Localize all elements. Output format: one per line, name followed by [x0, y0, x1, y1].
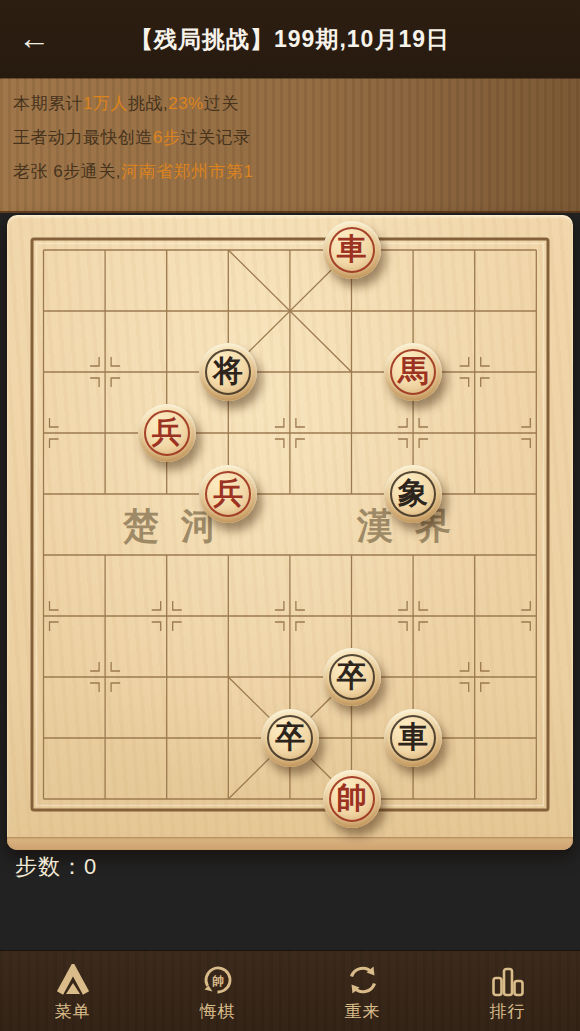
toolbar-label-restart: 重来 [345, 1000, 381, 1023]
back-arrow-icon[interactable]: ← [18, 20, 50, 56]
piece-black-soldier-1[interactable]: 卒 [323, 648, 381, 706]
stats-text-segment: 6步 [153, 128, 180, 147]
stats-text-segment: 老张 6步通关, [13, 162, 121, 181]
undo-icon: 帥 [200, 964, 236, 998]
piece-black-elephant[interactable]: 象 [384, 465, 442, 523]
piece-black-chariot[interactable]: 車 [384, 709, 442, 767]
stats-text-segment: 过关记录 [180, 128, 250, 147]
pieces-layer: 車将馬兵兵象卒卒車帥 [7, 215, 573, 850]
piece-character: 車 [384, 709, 442, 767]
piece-red-soldier-2[interactable]: 兵 [199, 465, 257, 523]
stats-text-segment: 王者动力最快创造 [13, 128, 153, 147]
piece-character: 将 [199, 343, 257, 401]
svg-text:帥: 帥 [212, 973, 224, 987]
stats-text-segment: 23% [168, 94, 204, 113]
piece-character: 象 [384, 465, 442, 523]
toolbar-item-undo[interactable]: 帥 悔棋 [145, 951, 290, 1031]
piece-character: 卒 [261, 709, 319, 767]
piece-character: 兵 [199, 465, 257, 523]
ranking-icon [490, 964, 526, 998]
piece-red-horse[interactable]: 馬 [384, 343, 442, 401]
menu-icon [55, 964, 91, 998]
piece-black-soldier-2[interactable]: 卒 [261, 709, 319, 767]
move-counter-value: 0 [84, 854, 97, 879]
toolbar-item-ranking[interactable]: 排行 [435, 951, 580, 1031]
toolbar-item-menu[interactable]: 菜单 [0, 951, 145, 1031]
move-counter-label: 步数： [15, 854, 84, 879]
piece-character: 兵 [138, 404, 196, 462]
stats-line-participants: 本期累计1万人挑战,23%过关 [13, 87, 580, 121]
toolbar-item-restart[interactable]: 重来 [290, 951, 435, 1031]
app-screen: ← 【残局挑战】199期,10月19日 本期累计1万人挑战,23%过关 王者动力… [0, 0, 580, 1031]
stats-text-segment: 过关 [204, 94, 239, 113]
toolbar-label-menu: 菜单 [55, 1000, 91, 1023]
stats-line-regional: 老张 6步通关,河南省郑州市第1 [13, 155, 580, 189]
move-counter: 步数：0 [15, 852, 97, 882]
restart-icon [345, 964, 381, 998]
piece-character: 帥 [323, 770, 381, 828]
piece-red-soldier-1[interactable]: 兵 [138, 404, 196, 462]
piece-character: 車 [323, 221, 381, 279]
piece-red-chariot[interactable]: 車 [323, 221, 381, 279]
stats-text-segment: 本期累计 [13, 94, 83, 113]
bottom-toolbar: 菜单 帥 悔棋 重来 排行 [0, 950, 580, 1031]
stats-panel: 本期累计1万人挑战,23%过关 王者动力最快创造6步过关记录 老张 6步通关,河… [0, 78, 580, 213]
piece-character: 卒 [323, 648, 381, 706]
piece-black-general[interactable]: 将 [199, 343, 257, 401]
toolbar-label-undo: 悔棋 [200, 1000, 236, 1023]
stats-text-segment: 1万人 [83, 94, 128, 113]
stats-text-segment: 河南省郑州市第1 [121, 162, 253, 181]
title-bar: ← 【残局挑战】199期,10月19日 [0, 0, 580, 78]
xiangqi-board[interactable]: 楚河 漢界 車将馬兵兵象卒卒車帥 [7, 215, 573, 850]
piece-character: 馬 [384, 343, 442, 401]
piece-red-general[interactable]: 帥 [323, 770, 381, 828]
stats-text-segment: 挑战, [128, 94, 168, 113]
page-title: 【残局挑战】199期,10月19日 [130, 24, 450, 55]
toolbar-label-ranking: 排行 [490, 1000, 526, 1023]
stats-line-record: 王者动力最快创造6步过关记录 [13, 121, 580, 155]
